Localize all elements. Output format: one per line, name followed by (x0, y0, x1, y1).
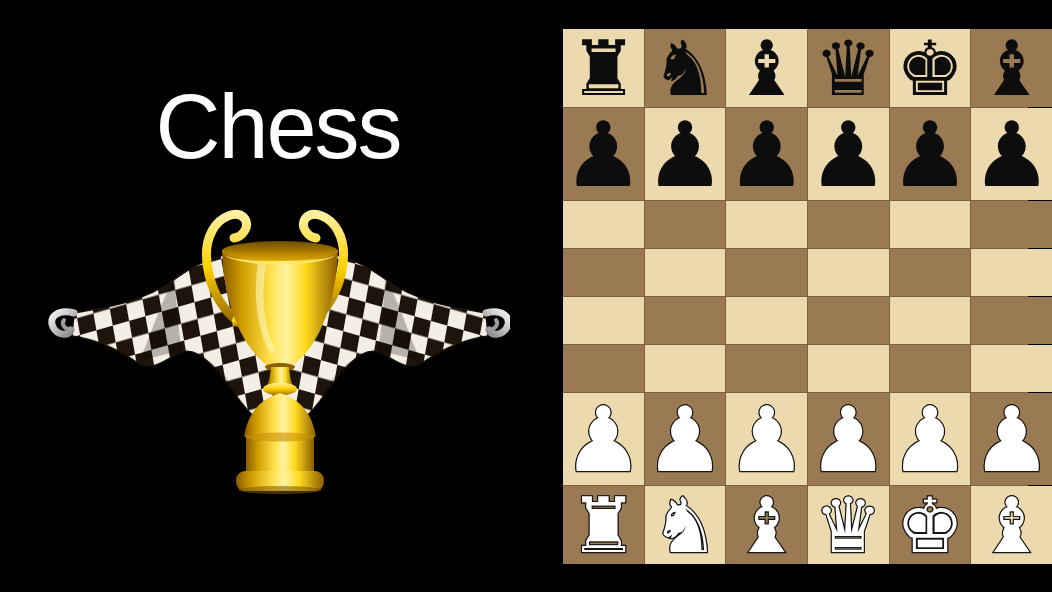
square-e4[interactable] (890, 297, 971, 344)
square-d5[interactable] (808, 249, 889, 296)
square-c8[interactable]: ♝ (726, 29, 807, 107)
square-c1[interactable]: ♝ (726, 486, 807, 564)
piece-white-queen: ♛ (814, 488, 882, 564)
piece-white-knight: ♞ (651, 488, 719, 564)
page-title: Chess (0, 82, 556, 172)
square-f3[interactable] (971, 345, 1052, 392)
trophy-flags-image (40, 205, 510, 505)
piece-white-pawn: ♟ (645, 395, 726, 485)
square-b1[interactable]: ♞ (645, 486, 726, 564)
square-a2[interactable]: ♟ (563, 393, 644, 485)
square-b2[interactable]: ♟ (645, 393, 726, 485)
square-f5[interactable] (971, 249, 1052, 296)
square-a1[interactable]: ♜ (563, 486, 644, 564)
trophy-graphic (40, 205, 510, 505)
square-e2[interactable]: ♟ (890, 393, 971, 485)
piece-black-pawn: ♟ (563, 110, 644, 200)
square-b4[interactable] (645, 297, 726, 344)
square-c6[interactable] (726, 201, 807, 248)
square-f8[interactable]: ♝ (971, 29, 1052, 107)
piece-black-bishop: ♝ (733, 31, 801, 107)
square-d3[interactable] (808, 345, 889, 392)
square-d8[interactable]: ♛ (808, 29, 889, 107)
square-c3[interactable] (726, 345, 807, 392)
piece-white-pawn: ♟ (971, 395, 1052, 485)
piece-black-pawn: ♟ (645, 110, 726, 200)
square-b8[interactable]: ♞ (645, 29, 726, 107)
square-e5[interactable] (890, 249, 971, 296)
square-a4[interactable] (563, 297, 644, 344)
square-b3[interactable] (645, 345, 726, 392)
piece-white-king: ♚ (896, 488, 964, 564)
square-c4[interactable] (726, 297, 807, 344)
piece-black-rook: ♜ (569, 31, 637, 107)
piece-black-pawn: ♟ (971, 110, 1052, 200)
piece-white-rook: ♜ (569, 488, 637, 564)
piece-black-pawn: ♟ (890, 110, 971, 200)
square-a8[interactable]: ♜ (563, 29, 644, 107)
square-a7[interactable]: ♟ (563, 108, 644, 200)
square-d4[interactable] (808, 297, 889, 344)
square-f7[interactable]: ♟ (971, 108, 1052, 200)
square-d2[interactable]: ♟ (808, 393, 889, 485)
piece-white-bishop: ♝ (978, 488, 1046, 564)
square-e8[interactable]: ♚ (890, 29, 971, 107)
square-a6[interactable] (563, 201, 644, 248)
piece-black-bishop: ♝ (978, 31, 1046, 107)
square-f2[interactable]: ♟ (971, 393, 1052, 485)
square-a5[interactable] (563, 249, 644, 296)
piece-white-pawn: ♟ (808, 395, 889, 485)
chess-board: ♜♞♝♛♚♝♞♜♟♟♟♟♟♟♟♟♟♟♟♟♟♟♟♟♜♞♝♛♚♝♞♜ (563, 29, 1028, 564)
piece-black-king: ♚ (896, 31, 964, 107)
piece-white-pawn: ♟ (563, 395, 644, 485)
square-b7[interactable]: ♟ (645, 108, 726, 200)
piece-white-pawn: ♟ (890, 395, 971, 485)
square-b5[interactable] (645, 249, 726, 296)
square-c2[interactable]: ♟ (726, 393, 807, 485)
square-e3[interactable] (890, 345, 971, 392)
square-f6[interactable] (971, 201, 1052, 248)
square-d6[interactable] (808, 201, 889, 248)
square-a3[interactable] (563, 345, 644, 392)
square-f1[interactable]: ♝ (971, 486, 1052, 564)
square-f4[interactable] (971, 297, 1052, 344)
piece-black-pawn: ♟ (808, 110, 889, 200)
square-e6[interactable] (890, 201, 971, 248)
square-c5[interactable] (726, 249, 807, 296)
piece-black-pawn: ♟ (726, 110, 807, 200)
square-d1[interactable]: ♛ (808, 486, 889, 564)
square-d7[interactable]: ♟ (808, 108, 889, 200)
left-panel: Chess (0, 0, 563, 592)
square-b6[interactable] (645, 201, 726, 248)
piece-white-bishop: ♝ (733, 488, 801, 564)
chess-app-screen: { "game": "chess", "position": "rnbqkbnr… (0, 0, 1052, 592)
square-e1[interactable]: ♚ (890, 486, 971, 564)
piece-white-pawn: ♟ (726, 395, 807, 485)
square-c7[interactable]: ♟ (726, 108, 807, 200)
square-e7[interactable]: ♟ (890, 108, 971, 200)
piece-black-knight: ♞ (651, 31, 719, 107)
piece-black-queen: ♛ (814, 31, 882, 107)
